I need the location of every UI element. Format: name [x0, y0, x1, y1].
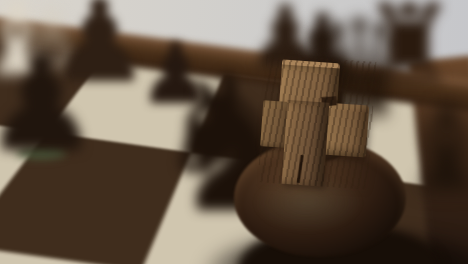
- black-knight: ♞: [148, 50, 318, 240]
- black-piece-right-blur: ♝: [394, 90, 468, 208]
- chess-macro-photo: ♝♙♟♟♟♟♛♜♞♟♝: [0, 0, 468, 264]
- black-pawn-corner: ♟: [0, 38, 100, 170]
